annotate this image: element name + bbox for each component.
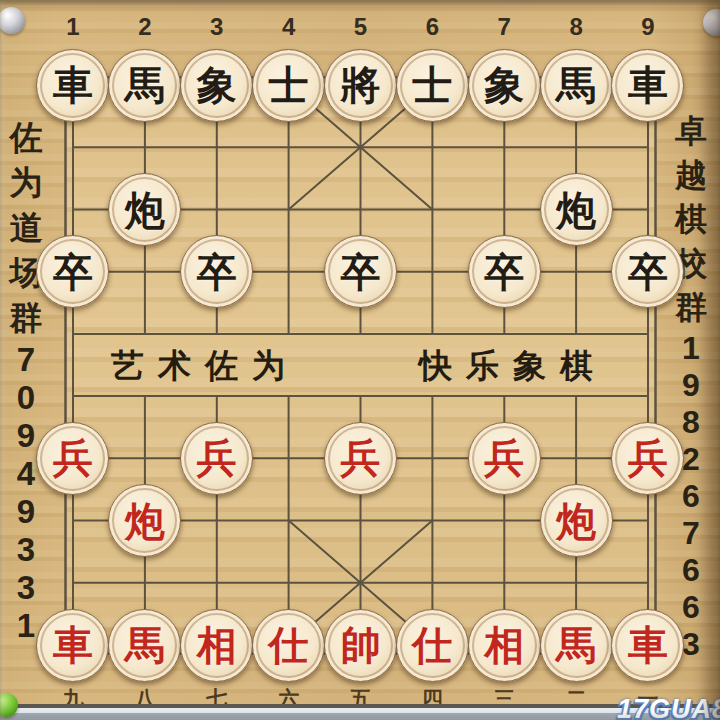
banner-char: 9 [17, 417, 35, 455]
piece-red-相-file7-rank10[interactable]: 相 [468, 609, 541, 682]
banner-char: 6 [682, 589, 700, 626]
file-number-top-9: 9 [641, 13, 654, 41]
piece-black-炮-file8-rank3[interactable]: 炮 [540, 173, 613, 246]
xiangqi-board-screenshot: 車馬象士將士象馬車炮炮卒卒卒卒卒兵兵兵兵兵炮炮車馬相仕帥仕相馬車 1234567… [0, 0, 720, 720]
piece-red-兵-file5-rank7[interactable]: 兵 [324, 422, 397, 495]
banner-char: 3 [17, 569, 35, 607]
file-number-top-1: 1 [66, 13, 79, 41]
banner-char: 3 [17, 531, 35, 569]
banner-char: 7 [17, 341, 35, 379]
watermark: 17GUA8 [617, 694, 720, 720]
banner-char: 1 [682, 330, 700, 367]
piece-black-卒-file1-rank4[interactable]: 卒 [36, 235, 109, 308]
file-number-top-8: 8 [569, 13, 582, 41]
banner-char: 2 [682, 441, 700, 478]
board-bottom-edge [0, 704, 720, 720]
banner-char: 1 [17, 607, 35, 645]
file-number-top-4: 4 [282, 13, 295, 41]
piece-black-卒-file7-rank4[interactable]: 卒 [468, 235, 541, 308]
piece-black-士-file6-rank1[interactable]: 士 [396, 49, 469, 122]
piece-red-兵-file7-rank7[interactable]: 兵 [468, 422, 541, 495]
piece-red-仕-file6-rank10[interactable]: 仕 [396, 609, 469, 682]
file-number-top-5: 5 [354, 13, 367, 41]
piece-black-車-file1-rank1[interactable]: 車 [36, 49, 109, 122]
banner-char: 3 [682, 626, 700, 663]
piece-black-士-file4-rank1[interactable]: 士 [252, 49, 325, 122]
banner-char: 6 [682, 552, 700, 589]
piece-red-兵-file9-rank7[interactable]: 兵 [611, 422, 684, 495]
banner-char: 0 [17, 379, 35, 417]
piece-black-車-file9-rank1[interactable]: 車 [611, 49, 684, 122]
piece-red-馬-file2-rank10[interactable]: 馬 [108, 609, 181, 682]
piece-black-卒-file3-rank4[interactable]: 卒 [180, 235, 253, 308]
banner-char: 9 [682, 367, 700, 404]
piece-red-車-file9-rank10[interactable]: 車 [611, 609, 684, 682]
piece-black-卒-file5-rank4[interactable]: 卒 [324, 235, 397, 308]
banner-char: 4 [17, 455, 35, 493]
piece-black-象-file7-rank1[interactable]: 象 [468, 49, 541, 122]
piece-red-相-file3-rank10[interactable]: 相 [180, 609, 253, 682]
file-number-top-7: 7 [498, 13, 511, 41]
piece-black-炮-file2-rank3[interactable]: 炮 [108, 173, 181, 246]
piece-red-帥-file5-rank10[interactable]: 帥 [324, 609, 397, 682]
piece-black-馬-file8-rank1[interactable]: 馬 [540, 49, 613, 122]
file-number-top-3: 3 [210, 13, 223, 41]
piece-red-兵-file1-rank7[interactable]: 兵 [36, 422, 109, 495]
piece-red-馬-file8-rank10[interactable]: 馬 [540, 609, 613, 682]
piece-black-將-file5-rank1[interactable]: 將 [324, 49, 397, 122]
banner-char: 6 [682, 478, 700, 515]
piece-red-炮-file2-rank8[interactable]: 炮 [108, 484, 181, 557]
piece-red-炮-file8-rank8[interactable]: 炮 [540, 484, 613, 557]
banner-char: 9 [17, 493, 35, 531]
piece-black-馬-file2-rank1[interactable]: 馬 [108, 49, 181, 122]
banner-char: 7 [682, 515, 700, 552]
piece-red-兵-file3-rank7[interactable]: 兵 [180, 422, 253, 495]
piece-black-象-file3-rank1[interactable]: 象 [180, 49, 253, 122]
board-grid: 車馬象士將士象馬車炮炮卒卒卒卒卒兵兵兵兵兵炮炮車馬相仕帥仕相馬車 [37, 54, 684, 677]
file-number-top-2: 2 [138, 13, 151, 41]
piece-red-車-file1-rank10[interactable]: 車 [36, 609, 109, 682]
file-number-top-6: 6 [426, 13, 439, 41]
piece-red-仕-file4-rank10[interactable]: 仕 [252, 609, 325, 682]
piece-black-卒-file9-rank4[interactable]: 卒 [611, 235, 684, 308]
banner-char: 8 [682, 404, 700, 441]
